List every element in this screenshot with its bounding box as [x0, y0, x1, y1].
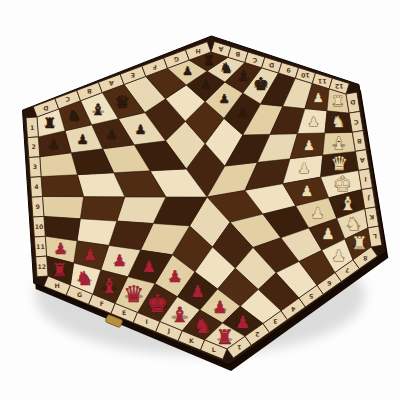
black-pawn: ♟ [201, 78, 212, 92]
coordinate-label: B [87, 88, 92, 95]
white-pawn: ♟ [332, 247, 346, 265]
coordinate-label: 3 [273, 318, 277, 325]
red-pawn: ♟ [190, 282, 205, 301]
black-pawn: ♟ [219, 92, 230, 106]
coordinate-label: 10 [35, 223, 44, 230]
white-bishop: ♝ [331, 133, 346, 153]
white-pawn: ♟ [303, 138, 315, 153]
white-pawn: ♟ [308, 114, 319, 129]
coordinate-label: B [357, 138, 362, 145]
red-king: ♚ [147, 289, 169, 318]
coordinate-label: 12 [335, 83, 344, 90]
black-knight: ♞ [220, 60, 233, 76]
red-rook: ♜ [216, 326, 234, 349]
coordinate-label: 5 [309, 293, 313, 300]
black-pawn: ♟ [77, 132, 89, 147]
board-photo: DCBAEFGHABCD9101112DCBAIJKL12345678HGFEI… [0, 0, 400, 400]
coordinate-label: 6 [326, 280, 331, 287]
coordinate-label: E [122, 309, 126, 316]
black-pawn: ♟ [182, 64, 192, 78]
white-pawn: ♟ [311, 204, 324, 221]
black-pawn: ♟ [48, 137, 60, 152]
coordinate-label: G [174, 56, 179, 63]
red-pawn: ♟ [54, 240, 68, 258]
coordinate-label: I [364, 176, 366, 183]
black-king: ♚ [253, 74, 269, 94]
coordinate-label: 4 [34, 183, 39, 190]
coordinate-label: H [196, 48, 201, 55]
coordinate-label: I [145, 318, 147, 325]
coordinate-label: B [235, 51, 240, 58]
black-pawn: ♟ [106, 127, 118, 142]
coordinate-label: C [65, 96, 70, 103]
white-pawn: ♟ [313, 91, 324, 105]
coordinate-label: 3 [33, 163, 37, 170]
white-queen: ♛ [331, 152, 348, 174]
coordinate-label: C [252, 57, 257, 64]
coordinate-label: 11 [36, 243, 45, 250]
red-bishop: ♝ [170, 302, 189, 327]
black-rook: ♜ [203, 53, 215, 68]
white-pawn: ♟ [301, 183, 314, 199]
white-rook: ♜ [351, 233, 367, 253]
red-queen: ♛ [124, 281, 145, 307]
red-knight: ♞ [76, 267, 93, 290]
coordinate-label: 12 [37, 263, 46, 270]
board-cell [43, 197, 84, 219]
white-rook: ♜ [332, 93, 345, 109]
white-knight: ♞ [346, 213, 362, 234]
coordinate-label: 9 [36, 203, 40, 210]
black-pawn: ♟ [135, 122, 147, 137]
coordinate-label: A [219, 46, 224, 53]
red-rook: ♜ [52, 259, 68, 280]
black-pawn: ♟ [237, 105, 248, 120]
coordinate-label: J [367, 194, 370, 202]
coordinate-label: G [77, 291, 82, 298]
coordinate-label: H [54, 282, 59, 289]
coordinate-label: 10 [300, 72, 309, 79]
red-pawn: ♟ [142, 257, 156, 276]
red-pawn: ♟ [168, 267, 182, 286]
coordinate-label: A [360, 157, 365, 164]
black-bishop: ♝ [237, 67, 250, 85]
black-bishop: ♝ [91, 100, 105, 119]
black-queen: ♛ [115, 92, 130, 112]
coordinate-label: 1 [237, 344, 241, 351]
white-knight: ♞ [331, 113, 345, 131]
coordinate-label: 4 [290, 306, 295, 313]
red-pawn: ♟ [112, 251, 126, 270]
coordinate-label: 1 [30, 124, 34, 131]
white-pawn: ♟ [298, 160, 310, 176]
black-rook: ♜ [43, 115, 56, 131]
red-pawn: ♟ [235, 312, 250, 332]
coordinate-label: F [153, 64, 157, 71]
red-pawn: ♟ [83, 246, 97, 264]
coordinate-label: 2 [255, 331, 259, 338]
red-pawn: ♟ [213, 298, 228, 317]
coordinate-label: D [350, 99, 355, 106]
coordinate-label: 2 [31, 143, 35, 150]
black-knight: ♞ [67, 107, 81, 125]
coordinate-label: 7 [345, 267, 349, 274]
board-cell [80, 197, 125, 222]
white-bishop: ♝ [340, 193, 356, 214]
coordinate-label: 8 [363, 255, 367, 262]
coordinate-label: 9 [286, 67, 290, 74]
coordinate-label: E [131, 72, 135, 79]
board-cell [40, 153, 78, 177]
coordinate-label: J [167, 327, 170, 335]
three-player-chess-board: DCBAEFGHABCD9101112DCBAIJKL12345678HGFEI… [0, 0, 400, 400]
coordinate-label: F [100, 300, 104, 307]
coordinate-label: 11 [318, 78, 327, 85]
red-knight: ♞ [193, 314, 211, 338]
coordinate-label: D [269, 62, 274, 69]
white-pawn: ♟ [321, 225, 335, 243]
coordinate-label: L [373, 233, 377, 240]
coordinate-label: D [43, 105, 48, 112]
board-cell [41, 175, 84, 197]
coordinate-label: A [109, 80, 114, 87]
coordinate-label: C [353, 119, 358, 126]
red-bishop: ♝ [100, 274, 118, 298]
